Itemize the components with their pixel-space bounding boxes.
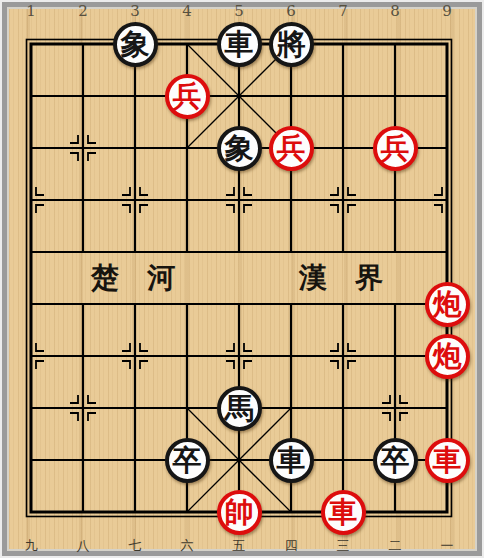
piece-red-chariot[interactable]: 車 xyxy=(321,490,366,535)
piece-red-general[interactable]: 帥 xyxy=(217,490,262,535)
piece-red-cannon[interactable]: 炮 xyxy=(425,282,470,327)
piece-black-soldier[interactable]: 卒 xyxy=(165,438,210,483)
file-label-bottom-7: 三 xyxy=(337,537,350,555)
piece-red-soldier[interactable]: 兵 xyxy=(373,126,418,171)
piece-layer[interactable]: 象車將兵象兵兵炮炮馬卒車卒車帥車 xyxy=(5,18,473,538)
file-label-bottom-3: 七 xyxy=(129,537,142,555)
piece-red-cannon[interactable]: 炮 xyxy=(425,334,470,379)
file-label-bottom-4: 六 xyxy=(181,537,194,555)
piece-black-horse[interactable]: 馬 xyxy=(217,386,262,431)
file-label-bottom-9: 一 xyxy=(441,537,454,555)
piece-black-soldier[interactable]: 卒 xyxy=(373,438,418,483)
xiangqi-board: 123456789 九八七六五四三二一 楚河漢界 象車將兵象兵兵炮炮馬卒車卒車帥… xyxy=(0,0,484,558)
piece-black-elephant[interactable]: 象 xyxy=(217,126,262,171)
piece-red-soldier[interactable]: 兵 xyxy=(269,126,314,171)
file-label-bottom-8: 二 xyxy=(389,537,402,555)
piece-black-chariot[interactable]: 車 xyxy=(217,22,262,67)
piece-black-elephant[interactable]: 象 xyxy=(113,22,158,67)
piece-red-soldier[interactable]: 兵 xyxy=(165,74,210,119)
piece-red-chariot[interactable]: 車 xyxy=(425,438,470,483)
piece-black-chariot[interactable]: 車 xyxy=(269,438,314,483)
file-label-bottom-6: 四 xyxy=(285,537,298,555)
file-label-bottom-5: 五 xyxy=(233,537,246,555)
file-label-bottom-2: 八 xyxy=(77,537,90,555)
file-label-bottom-1: 九 xyxy=(25,537,38,555)
piece-black-general[interactable]: 將 xyxy=(269,22,314,67)
